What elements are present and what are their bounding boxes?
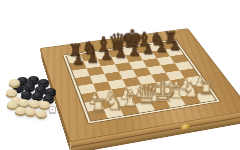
- checker-light: [36, 110, 47, 117]
- checker-light: [18, 99, 29, 106]
- checker-black: [45, 88, 56, 95]
- checker-light: [9, 79, 20, 86]
- product-photo: ♜♞♝♛♚♝♞♜♟♟♟♟♟♟♟♟♟♟♟♟♟♟♟♟♜♞♝♛♚♝♞♜: [0, 0, 240, 150]
- checker-light: [15, 107, 26, 114]
- checker-light: [39, 101, 50, 108]
- checker-light: [25, 108, 36, 115]
- checker-black: [38, 79, 49, 86]
- checker-black: [24, 83, 35, 90]
- checker-black: [28, 76, 39, 83]
- checker-black: [21, 91, 32, 98]
- checker-light: [29, 100, 40, 107]
- checker-black: [32, 92, 43, 99]
- checkers-pieces: [0, 0, 240, 150]
- die: [49, 106, 56, 113]
- checker-light: [6, 89, 17, 96]
